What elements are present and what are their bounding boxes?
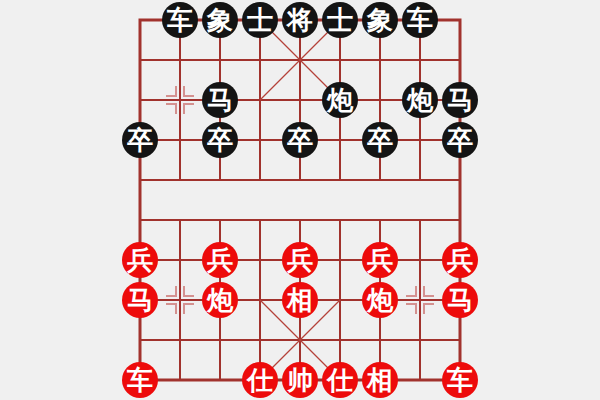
piece-red-soldier[interactable]: 兵 bbox=[202, 242, 238, 278]
piece-red-soldier[interactable]: 兵 bbox=[362, 242, 398, 278]
piece-black-advisor[interactable]: 士 bbox=[242, 2, 278, 38]
xiangqi-board: 车象士将士象车马炮炮马卒卒卒卒卒兵兵兵兵兵马炮相炮马车仕帅仕相车 bbox=[0, 0, 600, 400]
piece-red-chariot[interactable]: 车 bbox=[442, 362, 478, 398]
piece-black-soldier[interactable]: 卒 bbox=[122, 122, 158, 158]
piece-red-soldier[interactable]: 兵 bbox=[442, 242, 478, 278]
piece-black-horse[interactable]: 马 bbox=[202, 82, 238, 118]
piece-red-advisor[interactable]: 仕 bbox=[242, 362, 278, 398]
piece-black-soldier[interactable]: 卒 bbox=[442, 122, 478, 158]
piece-red-elephant[interactable]: 相 bbox=[282, 282, 318, 318]
piece-black-chariot[interactable]: 车 bbox=[402, 2, 438, 38]
piece-black-soldier[interactable]: 卒 bbox=[362, 122, 398, 158]
piece-red-chariot[interactable]: 车 bbox=[122, 362, 158, 398]
piece-red-elephant[interactable]: 相 bbox=[362, 362, 398, 398]
piece-black-cannon[interactable]: 炮 bbox=[322, 82, 358, 118]
piece-red-advisor[interactable]: 仕 bbox=[322, 362, 358, 398]
piece-red-horse[interactable]: 马 bbox=[122, 282, 158, 318]
piece-black-elephant[interactable]: 象 bbox=[362, 2, 398, 38]
piece-red-soldier[interactable]: 兵 bbox=[282, 242, 318, 278]
piece-red-cannon[interactable]: 炮 bbox=[202, 282, 238, 318]
piece-black-soldier[interactable]: 卒 bbox=[282, 122, 318, 158]
piece-black-cannon[interactable]: 炮 bbox=[402, 82, 438, 118]
piece-black-advisor[interactable]: 士 bbox=[322, 2, 358, 38]
piece-black-horse[interactable]: 马 bbox=[442, 82, 478, 118]
piece-red-soldier[interactable]: 兵 bbox=[122, 242, 158, 278]
piece-black-soldier[interactable]: 卒 bbox=[202, 122, 238, 158]
piece-black-general[interactable]: 将 bbox=[282, 2, 318, 38]
piece-black-chariot[interactable]: 车 bbox=[162, 2, 198, 38]
piece-black-elephant[interactable]: 象 bbox=[202, 2, 238, 38]
piece-red-general[interactable]: 帅 bbox=[282, 362, 318, 398]
piece-layer: 车象士将士象车马炮炮马卒卒卒卒卒兵兵兵兵兵马炮相炮马车仕帅仕相车 bbox=[0, 0, 600, 400]
piece-red-horse[interactable]: 马 bbox=[442, 282, 478, 318]
piece-red-cannon[interactable]: 炮 bbox=[362, 282, 398, 318]
